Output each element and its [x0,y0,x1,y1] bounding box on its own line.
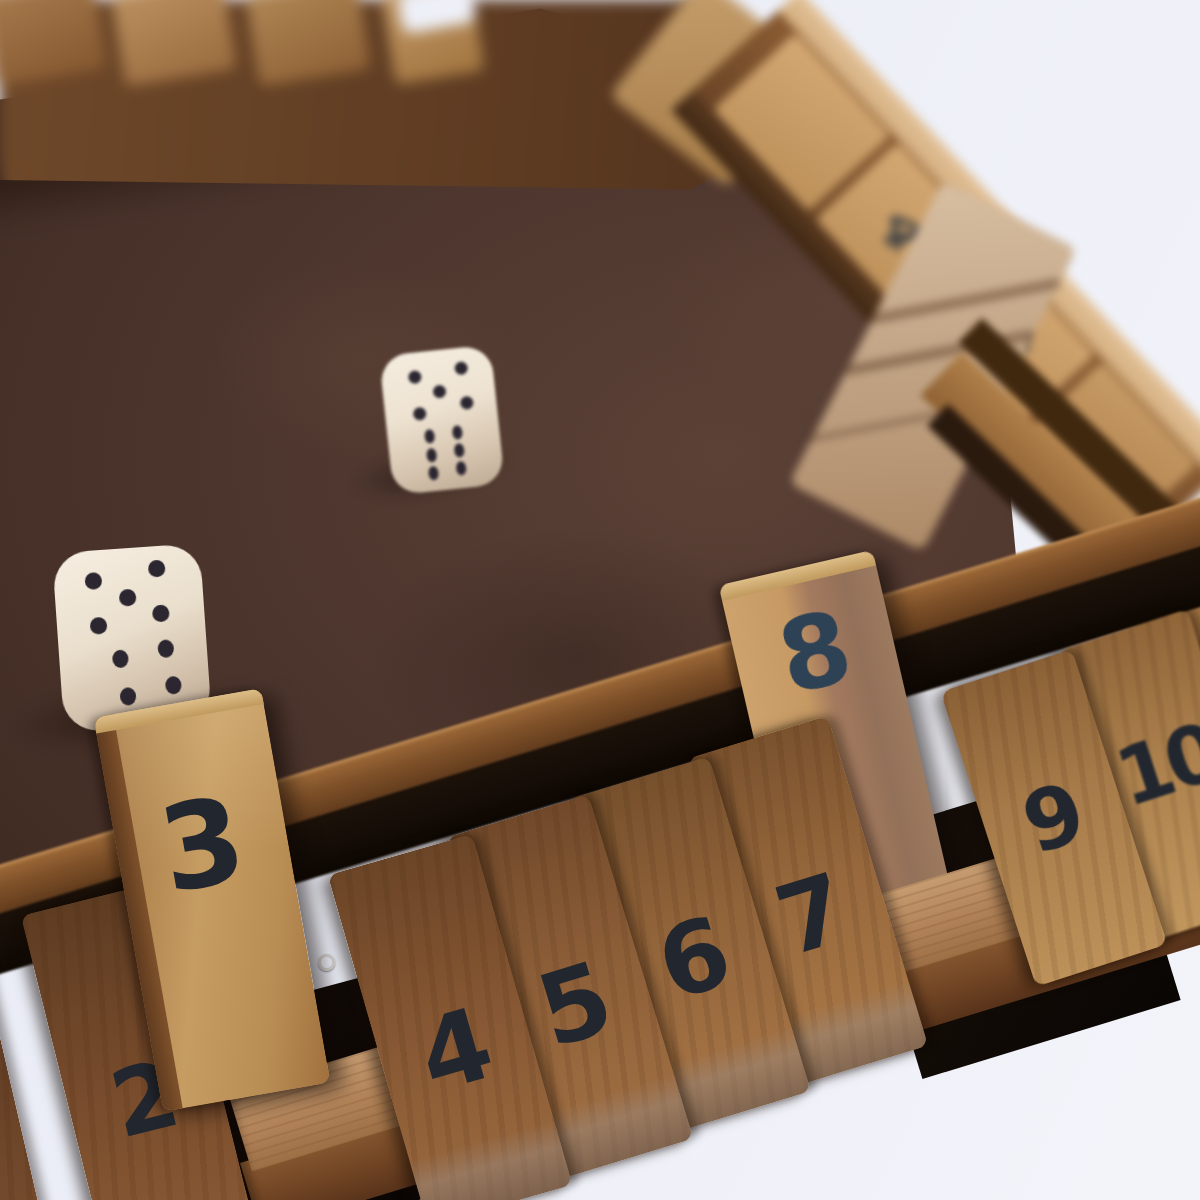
die-pip [452,425,463,440]
hinge-wire [318,954,335,971]
die-pip [413,406,427,420]
die-pip [119,686,136,705]
die-pip [428,465,439,480]
die-pip [118,589,136,607]
die-pip [454,361,468,375]
die-pip [84,572,102,590]
die-pip [426,447,437,462]
die-pip [152,605,170,623]
tile-8-label: 8 [770,597,860,710]
die-pip [424,429,435,444]
tile-9-label: 9 [1013,769,1095,867]
tile-3-label: 3 [152,780,253,910]
far-die[interactable] [379,345,505,496]
die-pip [112,649,129,668]
die-pip [147,560,165,578]
tile-end-grain [409,1119,572,1200]
tile-5-label: 5 [527,947,623,1063]
die-pip [433,384,447,398]
die-pip [455,461,466,476]
far-player-tile [245,0,370,86]
die-pip [89,616,107,634]
far-player-tile [0,0,107,86]
tile-7-label: 7 [766,860,858,971]
die-pip [164,676,181,695]
die-pip [408,370,422,384]
die-pip [157,639,174,658]
tile-6-label: 6 [647,902,741,1016]
die-pip [460,396,474,410]
wood-grain-streak [872,278,1060,324]
die-pip [454,443,465,458]
tile-4-label: 4 [409,993,503,1108]
shut-the-box-photo: 4 5 [0,0,1200,1200]
far-player-tile [111,0,236,86]
